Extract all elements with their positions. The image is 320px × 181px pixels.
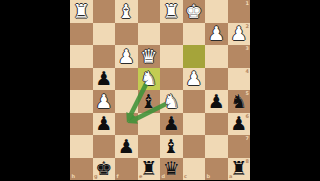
square-e7[interactable]: [138, 135, 161, 158]
white-pawn[interactable]: ♟: [183, 68, 206, 91]
square-d8[interactable]: ♛d: [160, 158, 183, 181]
black-queen[interactable]: ♛: [160, 158, 183, 181]
square-g4[interactable]: ♟: [93, 68, 116, 91]
white-king[interactable]: ♚: [183, 0, 206, 23]
white-queen[interactable]: ♛: [138, 45, 161, 68]
rank-label-4: 4: [246, 69, 249, 74]
square-f6[interactable]: [115, 113, 138, 136]
white-rook[interactable]: ♜: [160, 0, 183, 23]
square-b5[interactable]: ♟: [205, 90, 228, 113]
square-h8[interactable]: h: [70, 158, 93, 181]
square-d3[interactable]: [160, 45, 183, 68]
square-a7[interactable]: 7: [228, 135, 251, 158]
square-a1[interactable]: 1: [228, 0, 251, 23]
square-c4[interactable]: ♟: [183, 68, 206, 91]
video-frame: ♜♝♜♚1♟♟2♟♛3♟♞♟4♟♝♞♟♞5♟♟♟6♟♝7h♚gf♜e♛dcb♜8…: [0, 0, 320, 180]
square-c2[interactable]: [183, 23, 206, 46]
file-label-c: c: [184, 174, 187, 179]
square-c6[interactable]: [183, 113, 206, 136]
black-pawn[interactable]: ♟: [93, 68, 116, 91]
square-c1[interactable]: ♚: [183, 0, 206, 23]
black-king[interactable]: ♚: [93, 158, 116, 181]
square-h3[interactable]: [70, 45, 93, 68]
white-bishop[interactable]: ♝: [115, 0, 138, 23]
file-label-b: b: [207, 174, 211, 179]
square-e1[interactable]: [138, 0, 161, 23]
rank-label-3: 3: [246, 46, 249, 51]
square-h1[interactable]: ♜: [70, 0, 93, 23]
white-pawn[interactable]: ♟: [115, 45, 138, 68]
rank-label-1: 1: [246, 1, 249, 6]
square-e6[interactable]: [138, 113, 161, 136]
square-e2[interactable]: [138, 23, 161, 46]
black-bishop[interactable]: ♝: [160, 135, 183, 158]
square-a6[interactable]: ♟6: [228, 113, 251, 136]
square-a3[interactable]: 3: [228, 45, 251, 68]
black-pawn[interactable]: ♟: [205, 90, 228, 113]
square-a5[interactable]: ♞5: [228, 90, 251, 113]
square-h4[interactable]: [70, 68, 93, 91]
square-f4[interactable]: [115, 68, 138, 91]
black-pawn[interactable]: ♟: [228, 113, 251, 136]
black-rook[interactable]: ♜: [138, 158, 161, 181]
square-d5[interactable]: ♞: [160, 90, 183, 113]
square-d7[interactable]: ♝: [160, 135, 183, 158]
square-f7[interactable]: ♟: [115, 135, 138, 158]
square-f2[interactable]: [115, 23, 138, 46]
square-g6[interactable]: ♟: [93, 113, 116, 136]
square-d2[interactable]: [160, 23, 183, 46]
square-h2[interactable]: [70, 23, 93, 46]
white-rook[interactable]: ♜: [70, 0, 93, 23]
white-pawn[interactable]: ♟: [205, 23, 228, 46]
square-b1[interactable]: [205, 0, 228, 23]
square-c8[interactable]: c: [183, 158, 206, 181]
square-a4[interactable]: 4: [228, 68, 251, 91]
square-e3[interactable]: ♛: [138, 45, 161, 68]
black-knight[interactable]: ♞: [228, 90, 251, 113]
square-b7[interactable]: [205, 135, 228, 158]
black-pawn[interactable]: ♟: [160, 113, 183, 136]
square-f8[interactable]: f: [115, 158, 138, 181]
square-g2[interactable]: [93, 23, 116, 46]
white-knight[interactable]: ♞: [160, 90, 183, 113]
file-label-f: f: [117, 174, 119, 179]
square-h6[interactable]: [70, 113, 93, 136]
black-bishop[interactable]: ♝: [138, 90, 161, 113]
black-pawn[interactable]: ♟: [93, 113, 116, 136]
black-pawn[interactable]: ♟: [115, 135, 138, 158]
file-label-h: h: [72, 174, 76, 179]
square-g5[interactable]: ♟: [93, 90, 116, 113]
square-a2[interactable]: ♟2: [228, 23, 251, 46]
square-h7[interactable]: [70, 135, 93, 158]
square-a8[interactable]: ♜8a: [228, 158, 251, 181]
rank-label-7: 7: [246, 136, 249, 141]
square-f5[interactable]: [115, 90, 138, 113]
square-d4[interactable]: [160, 68, 183, 91]
square-f1[interactable]: ♝: [115, 0, 138, 23]
square-b6[interactable]: [205, 113, 228, 136]
square-b3[interactable]: [205, 45, 228, 68]
square-e8[interactable]: ♜e: [138, 158, 161, 181]
square-d6[interactable]: ♟: [160, 113, 183, 136]
square-c3[interactable]: [183, 45, 206, 68]
square-g7[interactable]: [93, 135, 116, 158]
square-d1[interactable]: ♜: [160, 0, 183, 23]
chess-board[interactable]: ♜♝♜♚1♟♟2♟♛3♟♞♟4♟♝♞♟♞5♟♟♟6♟♝7h♚gf♜e♛dcb♜8…: [70, 0, 250, 180]
square-e5[interactable]: ♝: [138, 90, 161, 113]
square-g8[interactable]: ♚g: [93, 158, 116, 181]
square-h5[interactable]: [70, 90, 93, 113]
black-rook[interactable]: ♜: [228, 158, 251, 181]
white-pawn[interactable]: ♟: [228, 23, 251, 46]
white-knight[interactable]: ♞: [138, 68, 161, 91]
square-b2[interactable]: ♟: [205, 23, 228, 46]
square-g1[interactable]: [93, 0, 116, 23]
square-e4[interactable]: ♞: [138, 68, 161, 91]
square-c5[interactable]: [183, 90, 206, 113]
square-b8[interactable]: b: [205, 158, 228, 181]
square-b4[interactable]: [205, 68, 228, 91]
white-pawn[interactable]: ♟: [93, 90, 116, 113]
square-g3[interactable]: [93, 45, 116, 68]
square-f3[interactable]: ♟: [115, 45, 138, 68]
square-c7[interactable]: [183, 135, 206, 158]
